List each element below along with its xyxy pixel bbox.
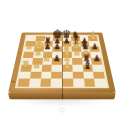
square-b2 bbox=[30, 71, 41, 78]
square-g1 bbox=[84, 79, 96, 87]
square-b5: ♟ bbox=[33, 52, 43, 58]
square-e3: ♟ bbox=[62, 64, 72, 71]
square-h1 bbox=[94, 79, 106, 87]
piece-dark-pawn: ♟ bbox=[91, 43, 98, 51]
square-d3 bbox=[52, 64, 62, 71]
frame-wood-knot bbox=[12, 81, 16, 83]
piece-dark-pawn: ♟ bbox=[54, 43, 61, 51]
piece-dark-pawn: ♟ bbox=[53, 55, 60, 63]
chess-board: ♚♛♞♝♜♟♟♝♟♟♚♟♟♟♛♞♟♟♞♟♟♟♟♟♜♟♜♟♟♝ bbox=[8, 32, 116, 92]
square-c1 bbox=[40, 79, 52, 87]
product-photo-scene: ♚♛♞♝♜♟♟♝♟♟♚♟♟♟♛♞♟♟♞♟♟♟♟♟♜♟♜♟♟♝ ♔ bbox=[0, 0, 124, 124]
square-d1 bbox=[51, 79, 62, 87]
square-b1 bbox=[29, 79, 41, 87]
piece-light-pawn: ♟ bbox=[32, 62, 40, 70]
rim-fold-seam bbox=[62, 93, 63, 100]
square-f3 bbox=[72, 64, 83, 71]
square-d6: ♟ bbox=[53, 46, 62, 52]
piece-light-rook: ♜ bbox=[21, 61, 30, 71]
square-h2 bbox=[93, 71, 105, 78]
photo-watermark: ♔ bbox=[0, 107, 124, 115]
board-front-rim bbox=[8, 93, 116, 100]
piece-light-pawn: ♟ bbox=[73, 49, 80, 57]
board-wooden-frame: ♚♛♞♝♜♟♟♝♟♟♚♟♟♟♛♞♟♟♞♟♟♟♟♟♜♟♜♟♟♝ bbox=[8, 32, 116, 92]
square-f1 bbox=[73, 79, 85, 87]
square-f2 bbox=[72, 71, 83, 78]
piece-light-pawn: ♟ bbox=[43, 55, 50, 63]
square-b3: ♟ bbox=[31, 64, 42, 71]
piece-dark-pawn: ♟ bbox=[44, 43, 51, 51]
square-e1 bbox=[62, 79, 73, 87]
square-f5: ♟ bbox=[71, 52, 81, 58]
square-e2 bbox=[62, 71, 73, 78]
piece-light-pawn: ♟ bbox=[34, 49, 41, 57]
square-c3 bbox=[41, 64, 52, 71]
piece-light-pawn: ♟ bbox=[63, 62, 71, 70]
square-a1 bbox=[17, 79, 29, 87]
square-h3 bbox=[92, 64, 103, 71]
square-g3: ♝ bbox=[82, 64, 93, 71]
piece-dark-bishop: ♝ bbox=[83, 59, 93, 70]
piece-light-pawn: ♟ bbox=[26, 43, 33, 51]
watermark-crown-icon: ♔ bbox=[0, 107, 124, 115]
square-d2 bbox=[51, 71, 62, 78]
piece-light-bishop: ♝ bbox=[89, 31, 98, 41]
square-c2 bbox=[40, 71, 51, 78]
piece-dark-pawn: ♟ bbox=[93, 55, 100, 63]
square-h6: ♟ bbox=[90, 46, 100, 52]
